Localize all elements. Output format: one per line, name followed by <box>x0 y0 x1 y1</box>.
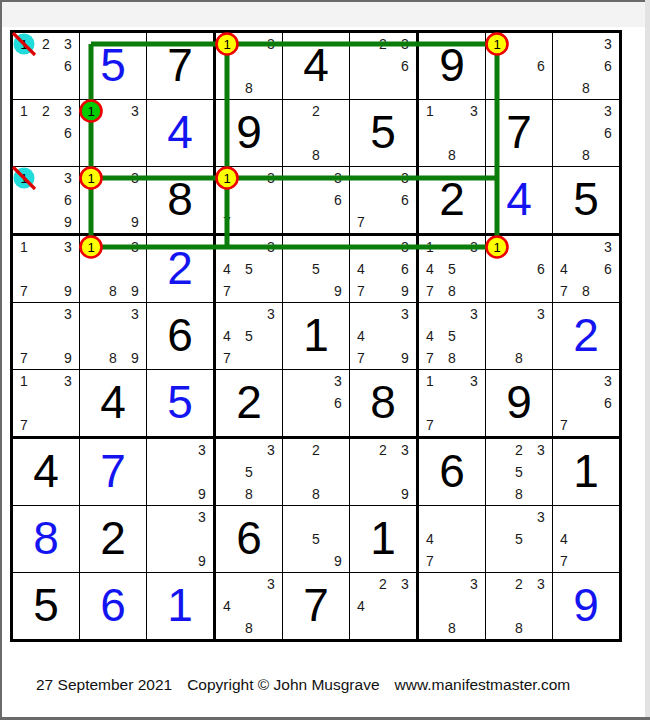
cell-value: 4 <box>147 100 213 166</box>
candidate-3: 3 <box>530 303 552 325</box>
cell-r7c4[interactable]: 358 <box>216 439 282 505</box>
cell-r8c2[interactable]: 2 <box>80 506 146 572</box>
candidate-empty <box>530 483 552 505</box>
candidate-empty <box>238 55 260 77</box>
candidate-7: 7 <box>350 347 372 369</box>
candidate-2: 2 <box>305 439 327 461</box>
candidate-2: 2 <box>372 33 394 55</box>
cell-value: 2 <box>80 506 146 572</box>
candidate-empty <box>260 189 282 211</box>
candidate-empty <box>530 77 552 99</box>
cell-r5c7[interactable]: 34578 <box>419 303 485 369</box>
candidate-empty <box>327 439 349 461</box>
candidate-empty <box>147 550 169 572</box>
candidate-7: 7 <box>419 280 441 302</box>
candidate-empty <box>238 595 260 617</box>
pencil-marks: 1236 <box>13 33 79 99</box>
candidate-3: 3 <box>124 100 146 122</box>
candidate-empty <box>597 77 619 99</box>
footer-website: www.manifestmaster.com <box>395 676 571 694</box>
candidate-empty <box>216 573 238 595</box>
candidate-empty <box>35 236 57 258</box>
candidate-empty <box>169 550 191 572</box>
cell-r9c8[interactable]: 238 <box>486 573 552 639</box>
candidate-9: 9 <box>394 347 416 369</box>
candidate-empty <box>283 236 305 258</box>
pencil-marks: 59 <box>283 236 349 302</box>
candidate-empty <box>372 167 394 189</box>
candidate-empty <box>147 528 169 550</box>
cell-r2c3[interactable]: 4 <box>147 100 213 166</box>
candidate-empty <box>327 258 349 280</box>
candidate-empty <box>102 303 124 325</box>
candidate-empty <box>486 55 508 77</box>
cell-r9c9[interactable]: 9 <box>553 573 619 639</box>
candidate-empty <box>283 144 305 166</box>
candidate-3: 3 <box>463 370 485 392</box>
cell-r4c8[interactable]: 16 <box>486 236 552 302</box>
candidate-2: 2 <box>372 573 394 595</box>
candidate-7: 7 <box>553 550 575 572</box>
candidate-empty <box>394 211 416 233</box>
candidate-empty <box>305 506 327 528</box>
cell-r2c2[interactable]: 13 <box>80 100 146 166</box>
candidate-empty <box>508 550 530 572</box>
candidate-empty <box>13 55 35 77</box>
candidate-empty <box>191 461 213 483</box>
candidate-empty <box>372 236 394 258</box>
cell-r2c6[interactable]: 5 <box>350 100 416 166</box>
pencil-marks: 239 <box>350 439 416 505</box>
candidate-empty <box>441 370 463 392</box>
candidate-6: 6 <box>530 258 552 280</box>
candidate-empty <box>419 144 441 166</box>
candidate-empty <box>283 506 305 528</box>
cell-r4c5[interactable]: 59 <box>283 236 349 302</box>
candidate-empty <box>283 280 305 302</box>
candidate-empty <box>147 483 169 505</box>
cell-r4c1[interactable]: 1379 <box>13 236 79 302</box>
cell-r7c5[interactable]: 28 <box>283 439 349 505</box>
candidate-1: 1 <box>486 236 508 258</box>
candidate-empty <box>553 77 575 99</box>
candidate-empty <box>283 439 305 461</box>
cell-r3c3[interactable]: 8 <box>147 167 213 233</box>
candidate-4: 4 <box>553 528 575 550</box>
candidate-empty <box>191 528 213 550</box>
cell-r6c3[interactable]: 5 <box>147 370 213 436</box>
pencil-marks: 16 <box>486 33 552 99</box>
cell-r7c8[interactable]: 2358 <box>486 439 552 505</box>
candidate-empty <box>238 573 260 595</box>
candidate-5: 5 <box>441 325 463 347</box>
candidate-empty <box>35 122 57 144</box>
cell-r4c3[interactable]: 2 <box>147 236 213 302</box>
cell-r2c1[interactable]: 1236 <box>13 100 79 166</box>
candidate-empty <box>508 55 530 77</box>
candidate-empty <box>305 461 327 483</box>
candidate-empty <box>486 617 508 639</box>
cell-r8c6[interactable]: 1 <box>350 506 416 572</box>
candidate-empty <box>372 280 394 302</box>
cell-r6c2[interactable]: 4 <box>80 370 146 436</box>
pencil-marks: 234 <box>350 573 416 639</box>
candidate-empty <box>13 325 35 347</box>
candidate-empty <box>463 258 485 280</box>
candidate-5: 5 <box>238 258 260 280</box>
cell-r4c9[interactable]: 34678 <box>553 236 619 302</box>
candidate-empty <box>80 303 102 325</box>
candidate-7: 7 <box>13 414 35 436</box>
pencil-marks: 39 <box>147 439 213 505</box>
candidate-4: 4 <box>350 595 372 617</box>
candidate-empty <box>238 211 260 233</box>
cell-r9c7[interactable]: 38 <box>419 573 485 639</box>
candidate-7: 7 <box>553 414 575 436</box>
candidate-empty <box>575 33 597 55</box>
pencil-marks: 35 <box>486 506 552 572</box>
candidate-empty <box>508 303 530 325</box>
candidate-empty <box>575 392 597 414</box>
cell-r5c9[interactable]: 2 <box>553 303 619 369</box>
pencil-marks: 59 <box>283 506 349 572</box>
cell-r3c2[interactable]: 139 <box>80 167 146 233</box>
candidate-6: 6 <box>394 258 416 280</box>
cell-r2c8[interactable]: 7 <box>486 100 552 166</box>
cell-r9c2[interactable]: 6 <box>80 573 146 639</box>
cell-value: 2 <box>553 303 619 369</box>
candidate-7: 7 <box>419 550 441 572</box>
cell-r9c1[interactable]: 5 <box>13 573 79 639</box>
cell-r2c9[interactable]: 368 <box>553 100 619 166</box>
cell-value: 1 <box>350 506 416 572</box>
cell-value: 8 <box>350 370 416 436</box>
candidate-empty <box>13 211 35 233</box>
candidate-1: 1 <box>13 33 35 55</box>
cell-r7c3[interactable]: 39 <box>147 439 213 505</box>
candidate-8: 8 <box>508 483 530 505</box>
candidate-empty <box>283 122 305 144</box>
cell-r1c3[interactable]: 7 <box>147 33 213 99</box>
candidate-empty <box>238 347 260 369</box>
cell-r7c2[interactable]: 7 <box>80 439 146 505</box>
candidate-empty <box>260 617 282 639</box>
candidate-empty <box>147 506 169 528</box>
candidate-empty <box>419 595 441 617</box>
candidate-empty <box>394 617 416 639</box>
candidate-7: 7 <box>216 347 238 369</box>
cell-value: 4 <box>80 370 146 436</box>
sudoku-board: 1236571384236916368123613492851387368136… <box>10 30 622 642</box>
candidate-empty <box>530 325 552 347</box>
candidate-9: 9 <box>394 483 416 505</box>
candidate-empty <box>327 144 349 166</box>
cell-r5c4[interactable]: 3457 <box>216 303 282 369</box>
candidate-empty <box>553 506 575 528</box>
cell-r1c9[interactable]: 368 <box>553 33 619 99</box>
candidate-8: 8 <box>305 144 327 166</box>
candidate-empty <box>327 122 349 144</box>
cell-value: 5 <box>350 100 416 166</box>
candidate-6: 6 <box>597 392 619 414</box>
candidate-8: 8 <box>102 347 124 369</box>
cell-r3c5[interactable]: 36 <box>283 167 349 233</box>
candidate-empty <box>13 303 35 325</box>
cell-r1c4[interactable]: 138 <box>216 33 282 99</box>
candidate-empty <box>80 211 102 233</box>
cell-r9c6[interactable]: 234 <box>350 573 416 639</box>
cell-r4c4[interactable]: 3457 <box>216 236 282 302</box>
cell-r4c7[interactable]: 134578 <box>419 236 485 302</box>
cell-r6c6[interactable]: 8 <box>350 370 416 436</box>
candidate-empty <box>486 573 508 595</box>
candidate-6: 6 <box>57 55 79 77</box>
candidate-empty <box>508 506 530 528</box>
candidate-5: 5 <box>305 528 327 550</box>
candidate-7: 7 <box>13 280 35 302</box>
candidate-9: 9 <box>191 483 213 505</box>
candidate-3: 3 <box>124 236 146 258</box>
pencil-marks: 138 <box>216 33 282 99</box>
candidate-empty <box>463 122 485 144</box>
candidate-empty <box>575 370 597 392</box>
candidate-empty <box>124 189 146 211</box>
candidate-3: 3 <box>57 100 79 122</box>
candidate-empty <box>327 461 349 483</box>
candidate-empty <box>35 144 57 166</box>
cell-r2c7[interactable]: 138 <box>419 100 485 166</box>
candidate-empty <box>508 236 530 258</box>
cell-value: 9 <box>419 33 485 99</box>
candidate-empty <box>35 258 57 280</box>
cell-r8c7[interactable]: 47 <box>419 506 485 572</box>
cell-r6c4[interactable]: 2 <box>216 370 282 436</box>
candidate-empty <box>238 189 260 211</box>
cell-r7c9[interactable]: 1 <box>553 439 619 505</box>
candidate-3: 3 <box>463 100 485 122</box>
cell-r5c3[interactable]: 6 <box>147 303 213 369</box>
candidate-empty <box>124 258 146 280</box>
pencil-marks: 368 <box>553 100 619 166</box>
candidate-empty <box>508 280 530 302</box>
cell-r4c2[interactable]: 1389 <box>80 236 146 302</box>
pencil-marks: 47 <box>553 506 619 572</box>
cell-r4c6[interactable]: 34679 <box>350 236 416 302</box>
candidate-1: 1 <box>80 100 102 122</box>
cell-r2c4[interactable]: 9 <box>216 100 282 166</box>
cell-value: 2 <box>419 167 485 233</box>
candidate-3: 3 <box>597 33 619 55</box>
candidate-6: 6 <box>394 189 416 211</box>
cell-value: 1 <box>283 303 349 369</box>
candidate-3: 3 <box>124 167 146 189</box>
candidate-empty <box>80 280 102 302</box>
pencil-marks: 137 <box>13 370 79 436</box>
cell-r3c8[interactable]: 4 <box>486 167 552 233</box>
candidate-empty <box>530 33 552 55</box>
cell-r5c8[interactable]: 38 <box>486 303 552 369</box>
cell-r3c6[interactable]: 367 <box>350 167 416 233</box>
candidate-3: 3 <box>57 370 79 392</box>
candidate-empty <box>238 280 260 302</box>
cell-r8c5[interactable]: 59 <box>283 506 349 572</box>
candidate-9: 9 <box>124 347 146 369</box>
pencil-marks: 28 <box>283 439 349 505</box>
pencil-marks: 236 <box>350 33 416 99</box>
cell-r1c5[interactable]: 4 <box>283 33 349 99</box>
candidate-3: 3 <box>327 370 349 392</box>
candidate-empty <box>394 77 416 99</box>
candidate-empty <box>372 303 394 325</box>
candidate-7: 7 <box>419 347 441 369</box>
cell-r6c8[interactable]: 9 <box>486 370 552 436</box>
cell-r5c5[interactable]: 1 <box>283 303 349 369</box>
cell-r6c5[interactable]: 36 <box>283 370 349 436</box>
pencil-marks: 367 <box>350 167 416 233</box>
candidate-empty <box>463 550 485 572</box>
cell-r5c6[interactable]: 3479 <box>350 303 416 369</box>
cell-r8c3[interactable]: 39 <box>147 506 213 572</box>
candidate-8: 8 <box>238 483 260 505</box>
candidate-3: 3 <box>57 167 79 189</box>
cell-r8c4[interactable]: 6 <box>216 506 282 572</box>
candidate-8: 8 <box>441 280 463 302</box>
candidate-empty <box>80 144 102 166</box>
cell-r1c8[interactable]: 16 <box>486 33 552 99</box>
candidate-empty <box>350 303 372 325</box>
candidate-3: 3 <box>124 303 146 325</box>
candidate-empty <box>419 573 441 595</box>
cell-r3c4[interactable]: 137 <box>216 167 282 233</box>
cell-value: 5 <box>80 33 146 99</box>
candidate-empty <box>486 325 508 347</box>
candidate-4: 4 <box>350 325 372 347</box>
candidate-empty <box>350 167 372 189</box>
cell-r9c5[interactable]: 7 <box>283 573 349 639</box>
candidate-empty <box>419 122 441 144</box>
cell-r7c7[interactable]: 6 <box>419 439 485 505</box>
candidate-3: 3 <box>394 303 416 325</box>
pencil-marks: 134578 <box>419 236 485 302</box>
candidate-3: 3 <box>597 370 619 392</box>
candidate-9: 9 <box>57 347 79 369</box>
candidate-empty <box>260 595 282 617</box>
pencil-marks: 238 <box>486 573 552 639</box>
pencil-marks: 379 <box>13 303 79 369</box>
candidate-empty <box>350 33 372 55</box>
candidate-empty <box>463 617 485 639</box>
candidate-empty <box>327 211 349 233</box>
cell-value: 7 <box>80 439 146 505</box>
candidate-empty <box>394 461 416 483</box>
candidate-empty <box>260 483 282 505</box>
candidate-empty <box>486 303 508 325</box>
cell-value: 4 <box>13 439 79 505</box>
candidate-empty <box>575 550 597 572</box>
candidate-3: 3 <box>57 303 79 325</box>
pencil-marks: 137 <box>419 370 485 436</box>
cell-r1c1[interactable]: 1236 <box>13 33 79 99</box>
candidate-empty <box>441 506 463 528</box>
candidate-1: 1 <box>419 100 441 122</box>
candidate-empty <box>350 573 372 595</box>
cell-r8c9[interactable]: 47 <box>553 506 619 572</box>
candidate-empty <box>463 528 485 550</box>
candidate-empty <box>260 461 282 483</box>
candidate-4: 4 <box>553 258 575 280</box>
candidate-empty <box>35 55 57 77</box>
pencil-marks: 3457 <box>216 236 282 302</box>
cell-value: 6 <box>80 573 146 639</box>
candidate-empty <box>216 55 238 77</box>
candidate-empty <box>575 55 597 77</box>
candidate-3: 3 <box>394 236 416 258</box>
cell-r1c6[interactable]: 236 <box>350 33 416 99</box>
candidate-9: 9 <box>57 211 79 233</box>
candidate-empty <box>553 33 575 55</box>
cell-r3c1[interactable]: 1369 <box>13 167 79 233</box>
candidate-empty <box>57 77 79 99</box>
cell-r2c5[interactable]: 28 <box>283 100 349 166</box>
candidate-6: 6 <box>530 55 552 77</box>
cell-r9c4[interactable]: 348 <box>216 573 282 639</box>
cell-r5c2[interactable]: 389 <box>80 303 146 369</box>
pencil-marks: 3479 <box>350 303 416 369</box>
cell-value: 1 <box>147 573 213 639</box>
candidate-empty <box>327 506 349 528</box>
candidate-empty <box>372 483 394 505</box>
candidate-empty <box>102 211 124 233</box>
cell-r9c3[interactable]: 1 <box>147 573 213 639</box>
cell-r6c7[interactable]: 137 <box>419 370 485 436</box>
candidate-empty <box>486 280 508 302</box>
candidate-3: 3 <box>260 439 282 461</box>
candidate-empty <box>80 258 102 280</box>
cell-r5c1[interactable]: 379 <box>13 303 79 369</box>
candidate-5: 5 <box>508 461 530 483</box>
candidate-9: 9 <box>394 280 416 302</box>
candidate-empty <box>530 347 552 369</box>
candidate-empty <box>486 550 508 572</box>
candidate-empty <box>305 550 327 572</box>
pencil-marks: 47 <box>419 506 485 572</box>
candidate-empty <box>169 483 191 505</box>
candidate-empty <box>169 506 191 528</box>
candidate-empty <box>553 122 575 144</box>
cell-r8c8[interactable]: 35 <box>486 506 552 572</box>
candidate-5: 5 <box>305 258 327 280</box>
candidate-3: 3 <box>191 439 213 461</box>
cell-r6c1[interactable]: 137 <box>13 370 79 436</box>
candidate-3: 3 <box>260 167 282 189</box>
footer-date: 27 September 2021 <box>36 676 172 694</box>
cell-value: 7 <box>283 573 349 639</box>
cell-r6c9[interactable]: 367 <box>553 370 619 436</box>
candidate-empty <box>575 414 597 436</box>
candidate-empty <box>327 414 349 436</box>
candidate-empty <box>372 77 394 99</box>
cell-r7c6[interactable]: 239 <box>350 439 416 505</box>
cell-r1c2[interactable]: 5 <box>80 33 146 99</box>
cell-r3c7[interactable]: 2 <box>419 167 485 233</box>
cell-r1c7[interactable]: 9 <box>419 33 485 99</box>
cell-r8c1[interactable]: 8 <box>13 506 79 572</box>
candidate-3: 3 <box>394 33 416 55</box>
candidate-empty <box>216 189 238 211</box>
candidate-empty <box>372 258 394 280</box>
cell-r3c9[interactable]: 5 <box>553 167 619 233</box>
cell-r7c1[interactable]: 4 <box>13 439 79 505</box>
